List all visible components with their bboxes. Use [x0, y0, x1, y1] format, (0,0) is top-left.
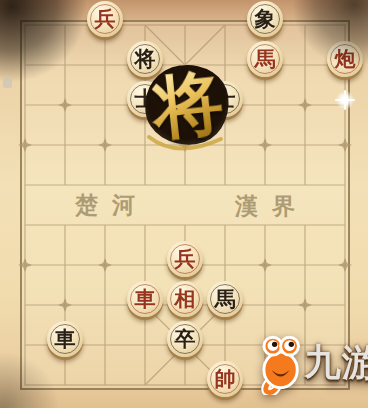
xiangqi-board-screen: 楚河 漢界 兵象将馬炮士士兵車相馬車卒帥 将 九游	[0, 0, 368, 408]
9game-brand-text: 九游	[304, 338, 368, 388]
9game-mascot-icon	[256, 333, 304, 395]
check-badge-character: 将	[142, 57, 235, 155]
piece-black-馬[interactable]: 馬	[207, 281, 243, 317]
piece-red-兵[interactable]: 兵	[87, 1, 123, 37]
sparkle-effect	[335, 90, 355, 110]
piece-red-相[interactable]: 相	[167, 281, 203, 317]
piece-black-卒[interactable]: 卒	[167, 321, 203, 357]
piece-red-帥[interactable]: 帥	[207, 361, 243, 397]
piece-red-車[interactable]: 車	[127, 281, 163, 317]
piece-black-象[interactable]: 象	[247, 1, 283, 37]
9game-watermark: 九游	[254, 330, 368, 408]
piece-black-車[interactable]: 車	[47, 321, 83, 357]
screen-artifact-chip	[3, 78, 12, 88]
piece-red-兵[interactable]: 兵	[167, 241, 203, 277]
piece-red-馬[interactable]: 馬	[247, 41, 283, 77]
piece-red-炮[interactable]: 炮	[327, 41, 363, 77]
